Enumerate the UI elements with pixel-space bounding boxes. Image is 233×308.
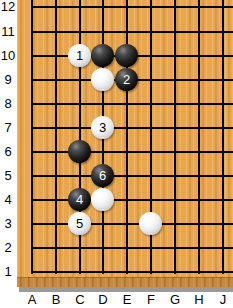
grid-horizontal-line (31, 127, 233, 129)
white-stone-d4[interactable] (91, 188, 114, 211)
black-stone-c4[interactable]: 4 (68, 188, 91, 211)
white-stone-c10[interactable]: 1 (68, 44, 91, 67)
grid-horizontal-line (31, 271, 233, 273)
column-label-G: G (165, 293, 185, 307)
go-diagram: 121110987654321 ABCDEFGHJ 123645 (0, 0, 233, 308)
move-number (91, 44, 114, 67)
move-number: 6 (91, 164, 114, 187)
board-bottom-edge (17, 277, 233, 287)
grid-vertical-line (126, 0, 128, 274)
grid-horizontal-line (31, 223, 233, 225)
move-number (115, 44, 138, 67)
move-number (91, 188, 114, 211)
black-stone-d10[interactable] (91, 44, 114, 67)
row-label-8: 8 (0, 97, 16, 111)
row-label-5: 5 (0, 169, 16, 183)
black-stone-c6[interactable] (68, 140, 91, 163)
move-number (91, 68, 114, 91)
grid-vertical-line (198, 0, 200, 274)
column-label-E: E (117, 293, 137, 307)
row-label-4: 4 (0, 193, 16, 207)
white-stone-d9[interactable] (91, 68, 114, 91)
grid-horizontal-line (31, 31, 233, 33)
grid-vertical-line (31, 0, 33, 274)
grid-horizontal-line (31, 6, 233, 8)
grid-horizontal-line (31, 151, 233, 153)
grid-horizontal-line (31, 175, 233, 177)
white-stone-c3[interactable]: 5 (68, 212, 91, 235)
grid-horizontal-line (31, 103, 233, 105)
row-label-7: 7 (0, 121, 16, 135)
row-label-2: 2 (0, 241, 16, 255)
row-label-3: 3 (0, 217, 16, 231)
column-label-F: F (141, 293, 161, 307)
row-label-1: 1 (0, 265, 16, 279)
white-stone-d7[interactable]: 3 (91, 116, 114, 139)
row-label-12: 12 (0, 0, 16, 14)
grid-horizontal-line (31, 247, 233, 249)
black-stone-e9[interactable]: 2 (115, 68, 138, 91)
move-number (68, 140, 91, 163)
row-label-10: 10 (0, 49, 16, 63)
row-label-11: 11 (0, 25, 16, 39)
grid-vertical-line (174, 0, 176, 274)
move-number: 5 (68, 212, 91, 235)
column-label-C: C (70, 293, 90, 307)
row-label-6: 6 (0, 145, 16, 159)
column-label-D: D (93, 293, 113, 307)
black-stone-d5[interactable]: 6 (91, 164, 114, 187)
move-number: 2 (115, 68, 138, 91)
grid-vertical-line (222, 0, 224, 274)
row-label-9: 9 (0, 73, 16, 87)
black-stone-e10[interactable] (115, 44, 138, 67)
move-number: 3 (91, 116, 114, 139)
column-label-B: B (46, 293, 66, 307)
move-number (139, 212, 162, 235)
column-label-J: J (213, 293, 233, 307)
move-number: 1 (68, 44, 91, 67)
white-stone-f3[interactable] (139, 212, 162, 235)
column-label-H: H (189, 293, 209, 307)
move-number: 4 (68, 188, 91, 211)
column-label-A: A (22, 293, 42, 307)
grid-horizontal-line (31, 199, 233, 201)
grid-vertical-line (55, 0, 57, 274)
